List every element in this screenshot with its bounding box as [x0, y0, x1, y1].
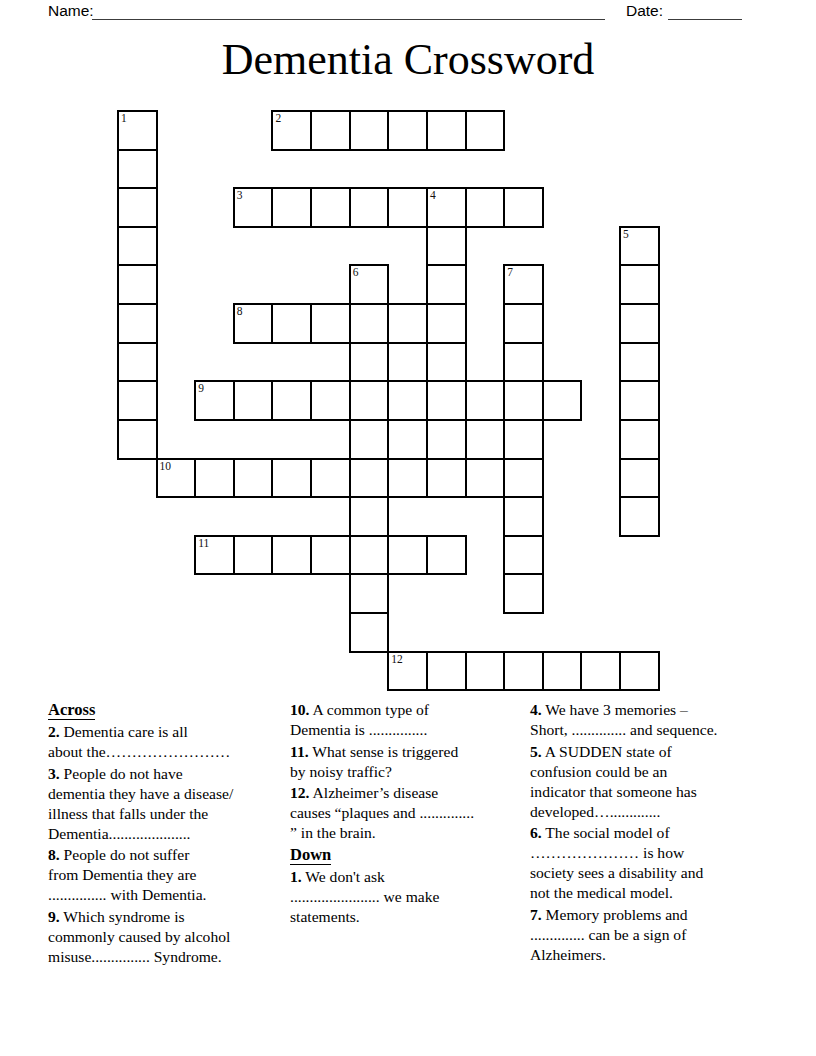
clue-text: Alzheimer’s disease causes “plaques and …: [290, 784, 474, 841]
grid-cell[interactable]: [465, 380, 506, 421]
grid-cell[interactable]: [465, 651, 506, 692]
grid-cell[interactable]: [271, 458, 312, 499]
grid-cell[interactable]: [503, 535, 544, 576]
clue-text: We don't ask ....................... we …: [290, 868, 439, 925]
grid-cell[interactable]: [310, 187, 351, 228]
grid-cell[interactable]: 6: [349, 264, 390, 305]
clue-text: The social model of ………………… is how socie…: [530, 824, 703, 901]
clue-text: A SUDDEN state of confusion could be an …: [530, 743, 697, 820]
grid-cell[interactable]: [387, 380, 428, 421]
date-label: Date:: [626, 2, 663, 20]
clue-5: 5. A SUDDEN state of confusion could be …: [530, 742, 780, 822]
grid-cell[interactable]: [349, 573, 390, 614]
grid-cell[interactable]: [349, 303, 390, 344]
grid-cell[interactable]: [619, 419, 660, 460]
grid-cell[interactable]: 4: [426, 187, 467, 228]
grid-cell[interactable]: [349, 458, 390, 499]
grid-cell[interactable]: 5: [619, 226, 660, 267]
grid-cell[interactable]: 12: [387, 651, 428, 692]
grid-cell[interactable]: [117, 342, 158, 383]
grid-cell[interactable]: [194, 458, 235, 499]
grid-cell[interactable]: [503, 573, 544, 614]
grid-cell[interactable]: [233, 535, 274, 576]
date-blank-line[interactable]: [668, 19, 742, 20]
grid-cell[interactable]: [349, 342, 390, 383]
grid-cell[interactable]: [619, 458, 660, 499]
grid-cell[interactable]: 11: [194, 535, 235, 576]
grid-cell[interactable]: [426, 458, 467, 499]
clue-10: 10. A common type of Dementia is .......…: [290, 700, 532, 740]
grid-cell[interactable]: [619, 264, 660, 305]
grid-cell[interactable]: [387, 458, 428, 499]
grid-cell[interactable]: 7: [503, 264, 544, 305]
clue-text: We have 3 memories – Short, ............…: [530, 701, 718, 738]
grid-cell[interactable]: [310, 535, 351, 576]
grid-cell[interactable]: [619, 342, 660, 383]
clue-number: 3.: [48, 765, 60, 782]
grid-cell[interactable]: [271, 187, 312, 228]
clue-8: 8. People do not suffer from Dementia th…: [48, 845, 292, 905]
grid-cell[interactable]: [117, 226, 158, 267]
grid-cell[interactable]: 2: [271, 110, 312, 151]
clue-number: 12.: [290, 784, 310, 801]
clue-heading-across: Across: [48, 700, 292, 720]
grid-cell[interactable]: [349, 612, 390, 653]
grid-cell[interactable]: [310, 110, 351, 151]
clue-column-middle: 10. A common type of Dementia is .......…: [290, 700, 532, 928]
grid-cell[interactable]: [426, 535, 467, 576]
clue-text: People do not suffer from Dementia they …: [48, 846, 207, 903]
grid-cell[interactable]: [426, 110, 467, 151]
grid-cell[interactable]: [503, 342, 544, 383]
clue-9: 9. Which syndrome is commonly caused by …: [48, 907, 292, 967]
grid-cell[interactable]: [426, 380, 467, 421]
clue-6: 6. The social model of ………………… is how so…: [530, 823, 780, 903]
grid-cell[interactable]: 9: [194, 380, 235, 421]
clue-column-left: Across2. Dementia care is all about the……: [48, 700, 292, 968]
name-label: Name:: [48, 2, 94, 20]
cell-number: 4: [430, 189, 436, 202]
grid-cell[interactable]: [465, 187, 506, 228]
clue-11: 11. What sense is triggered by noisy tra…: [290, 742, 532, 782]
grid-cell[interactable]: [233, 380, 274, 421]
grid-cell[interactable]: [387, 187, 428, 228]
cell-number: 9: [198, 382, 204, 395]
grid-cell[interactable]: [465, 458, 506, 499]
clue-heading-down: Down: [290, 845, 532, 865]
grid-cell[interactable]: [387, 303, 428, 344]
grid-cell[interactable]: [426, 651, 467, 692]
grid-cell[interactable]: [117, 264, 158, 305]
clue-column-right: 4. We have 3 memories – Short, .........…: [530, 700, 780, 966]
grid-cell[interactable]: [117, 419, 158, 460]
grid-cell[interactable]: 8: [233, 303, 274, 344]
grid-cell[interactable]: [542, 380, 583, 421]
clue-number: 5.: [530, 743, 542, 760]
cell-number: 2: [275, 112, 281, 125]
grid-cell[interactable]: [271, 535, 312, 576]
grid-cell[interactable]: 1: [117, 110, 158, 151]
cell-number: 11: [198, 537, 209, 550]
grid-cell[interactable]: [349, 110, 390, 151]
grid-cell[interactable]: [426, 342, 467, 383]
grid-cell[interactable]: [310, 380, 351, 421]
cell-number: 6: [353, 266, 359, 279]
clue-text: Memory problems and .............. can b…: [530, 906, 688, 963]
grid-cell[interactable]: [580, 651, 621, 692]
grid-cell[interactable]: [503, 458, 544, 499]
clue-text: Which syndrome is commonly caused by alc…: [48, 908, 230, 965]
grid-cell[interactable]: [503, 187, 544, 228]
clue-number: 8.: [48, 846, 60, 863]
clue-7: 7. Memory problems and .............. ca…: [530, 905, 780, 965]
cell-number: 12: [391, 653, 403, 666]
grid-cell[interactable]: [271, 380, 312, 421]
grid-cell[interactable]: [387, 535, 428, 576]
grid-cell[interactable]: [619, 380, 660, 421]
cell-number: 8: [237, 305, 243, 318]
grid-cell[interactable]: [349, 380, 390, 421]
grid-cell[interactable]: [387, 110, 428, 151]
clue-number: 1.: [290, 868, 302, 885]
clue-number: 9.: [48, 908, 60, 925]
grid-cell[interactable]: [117, 149, 158, 190]
clue-2: 2. Dementia care is all about the……………………: [48, 722, 292, 762]
cell-number: 3: [237, 189, 243, 202]
page-title: Dementia Crossword: [0, 36, 816, 84]
clue-number: 10.: [290, 701, 310, 718]
grid-cell[interactable]: 10: [156, 458, 197, 499]
grid-cell[interactable]: [349, 496, 390, 537]
clue-number: 7.: [530, 906, 542, 923]
grid-cell[interactable]: [426, 264, 467, 305]
grid-cell[interactable]: [349, 187, 390, 228]
grid-cell[interactable]: [233, 458, 274, 499]
grid-cell[interactable]: 3: [233, 187, 274, 228]
grid-cell[interactable]: [619, 496, 660, 537]
grid-cell[interactable]: [503, 496, 544, 537]
clue-1: 1. We don't ask ....................... …: [290, 867, 532, 927]
grid-cell[interactable]: [271, 303, 312, 344]
clue-12: 12. Alzheimer’s disease causes “plaques …: [290, 783, 532, 843]
cell-number: 7: [507, 266, 513, 279]
clue-text: A common type of Dementia is ...........…: [290, 701, 429, 738]
clue-number: 4.: [530, 701, 542, 718]
grid-cell[interactable]: [310, 303, 351, 344]
clue-number: 2.: [48, 723, 60, 740]
grid-cell[interactable]: [310, 458, 351, 499]
name-blank-line[interactable]: [92, 19, 605, 20]
grid-cell[interactable]: [117, 187, 158, 228]
grid-cell[interactable]: [503, 419, 544, 460]
worksheet-page: Name: Date: Dementia Crossword 123456789…: [0, 0, 816, 1056]
grid-cell[interactable]: [426, 303, 467, 344]
grid-cell[interactable]: [117, 303, 158, 344]
clue-text: What sense is triggered by noisy traffic…: [290, 743, 458, 780]
clue-number: 11.: [290, 743, 309, 760]
grid-cell[interactable]: [503, 380, 544, 421]
clue-text: Dementia care is all about the……………………: [48, 723, 230, 760]
grid-cell[interactable]: [619, 651, 660, 692]
grid-cell[interactable]: [619, 303, 660, 344]
grid-cell[interactable]: [465, 110, 506, 151]
clue-number: 6.: [530, 824, 542, 841]
clue-text: People do not have dementia they have a …: [48, 765, 233, 842]
grid-cell[interactable]: [426, 419, 467, 460]
grid-cell[interactable]: [349, 535, 390, 576]
grid-cell[interactable]: [503, 651, 544, 692]
grid-cell[interactable]: [426, 226, 467, 267]
grid-cell[interactable]: [349, 419, 390, 460]
grid-cell[interactable]: [117, 380, 158, 421]
cell-number: 5: [623, 228, 629, 241]
clue-4: 4. We have 3 memories – Short, .........…: [530, 700, 780, 740]
cell-number: 10: [160, 460, 172, 473]
grid-cell[interactable]: [503, 303, 544, 344]
clue-3: 3. People do not have dementia they have…: [48, 764, 292, 844]
grid-cell[interactable]: [542, 651, 583, 692]
cell-number: 1: [121, 112, 127, 125]
